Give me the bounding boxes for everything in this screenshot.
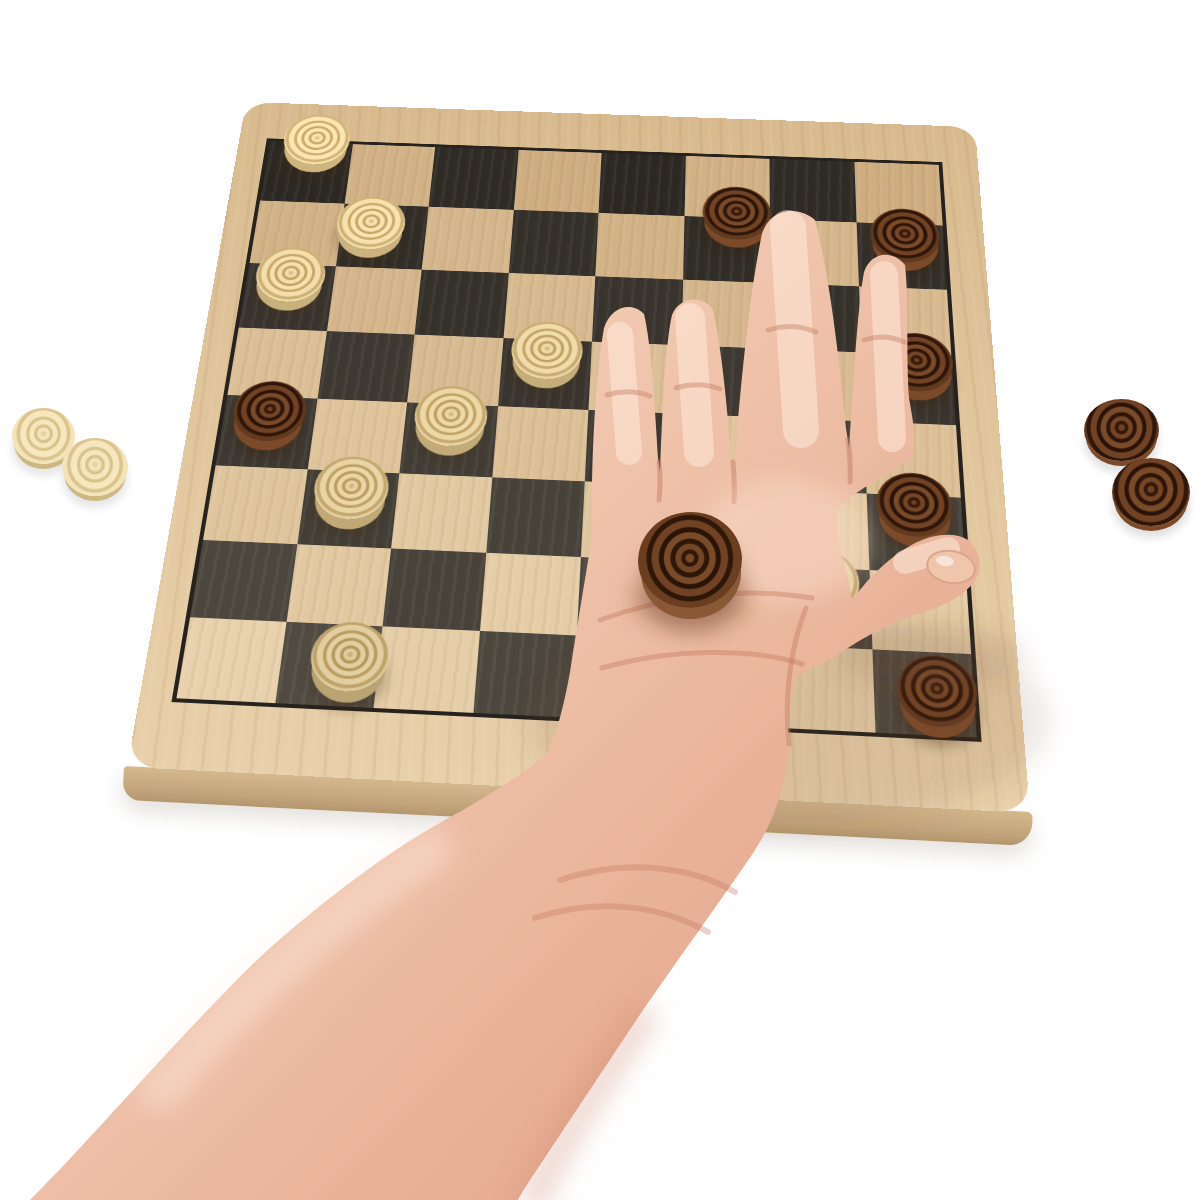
square-r8c1[interactable] <box>176 617 286 703</box>
square-r7c4[interactable] <box>479 552 580 635</box>
square-r7c1[interactable] <box>190 540 297 622</box>
board-grid <box>171 138 981 742</box>
square-r4c8[interactable] <box>861 352 956 425</box>
square-r6c1[interactable] <box>203 466 307 544</box>
off-board-checker-light-2[interactable] <box>62 438 128 496</box>
square-r4c4[interactable] <box>498 338 592 410</box>
checker-dark-r2c6[interactable] <box>702 186 771 241</box>
square-r5c5[interactable] <box>585 410 680 486</box>
scene <box>0 0 1200 1200</box>
square-r3c3[interactable] <box>415 269 509 338</box>
square-r3c1[interactable] <box>239 263 336 331</box>
off-board-checker-dark-2[interactable] <box>1112 458 1190 526</box>
square-r1c4[interactable] <box>513 150 601 213</box>
square-r2c7[interactable] <box>770 219 859 286</box>
square-r1c5[interactable] <box>599 153 686 216</box>
square-r8c6[interactable] <box>673 640 774 728</box>
square-r2c3[interactable] <box>422 207 514 273</box>
square-r5c6[interactable] <box>678 414 772 490</box>
square-r5c3[interactable] <box>399 402 497 477</box>
square-r1c1[interactable] <box>260 141 352 204</box>
wrist-creases <box>535 867 735 932</box>
square-r1c7[interactable] <box>769 159 856 223</box>
square-r6c8[interactable] <box>866 494 966 574</box>
checker-light-r2c2[interactable] <box>333 196 407 251</box>
square-r6c3[interactable] <box>391 474 492 553</box>
square-r4c5[interactable] <box>588 341 681 413</box>
square-r8c5[interactable] <box>573 635 675 722</box>
square-r7c3[interactable] <box>383 548 486 631</box>
square-r2c5[interactable] <box>595 213 684 279</box>
forearm-light <box>160 850 430 1090</box>
square-r8c4[interactable] <box>473 631 577 718</box>
square-r8c8[interactable] <box>872 649 977 737</box>
off-board-checker-dark-1[interactable] <box>1084 399 1159 461</box>
square-r5c7[interactable] <box>771 418 866 494</box>
square-r7c7[interactable] <box>772 565 871 649</box>
square-r3c5[interactable] <box>592 276 683 345</box>
forearm-shading <box>535 1020 640 1195</box>
square-r5c1[interactable] <box>216 395 318 470</box>
square-r4c7[interactable] <box>771 349 864 422</box>
square-r8c3[interactable] <box>374 626 480 713</box>
square-r7c8[interactable] <box>869 570 971 654</box>
square-r2c2[interactable] <box>336 204 429 269</box>
checkers-board <box>127 102 1030 813</box>
square-r8c7[interactable] <box>773 644 875 732</box>
square-r3c2[interactable] <box>326 266 421 334</box>
square-r2c4[interactable] <box>508 210 598 276</box>
square-r4c2[interactable] <box>317 331 415 403</box>
square-r3c6[interactable] <box>681 279 771 348</box>
square-r6c2[interactable] <box>297 470 399 548</box>
square-r8c2[interactable] <box>275 622 383 708</box>
square-r3c7[interactable] <box>770 283 861 353</box>
square-r7c2[interactable] <box>286 544 391 626</box>
square-r6c4[interactable] <box>486 478 585 557</box>
square-r5c4[interactable] <box>492 406 589 481</box>
square-r2c6[interactable] <box>683 216 771 282</box>
square-r1c3[interactable] <box>429 147 519 210</box>
square-r2c8[interactable] <box>856 223 947 290</box>
checker-light-r1c1[interactable] <box>280 114 353 166</box>
checker-dark-r8c8[interactable] <box>895 653 979 728</box>
square-r1c2[interactable] <box>344 144 435 207</box>
square-r4c6[interactable] <box>680 345 772 418</box>
